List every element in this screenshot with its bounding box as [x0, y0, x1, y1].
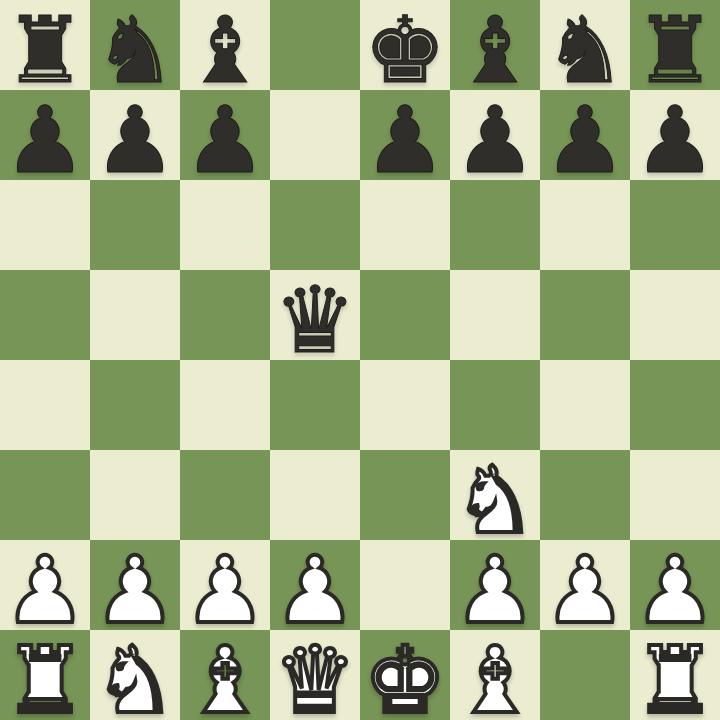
white-pawn[interactable]: ♟	[634, 545, 716, 637]
square-h5[interactable]	[630, 270, 720, 360]
black-pawn[interactable]: ♟	[94, 95, 176, 187]
square-c2[interactable]: ♟	[180, 540, 270, 630]
square-h8[interactable]: ♜	[630, 0, 720, 90]
square-c5[interactable]	[180, 270, 270, 360]
square-b2[interactable]: ♟	[90, 540, 180, 630]
square-g5[interactable]	[540, 270, 630, 360]
white-knight[interactable]: ♞	[94, 635, 176, 720]
black-pawn[interactable]: ♟	[634, 95, 716, 187]
square-f1[interactable]: ♝	[450, 630, 540, 720]
square-a8[interactable]: ♜	[0, 0, 90, 90]
square-e4[interactable]	[360, 360, 450, 450]
white-rook[interactable]: ♜	[4, 635, 86, 720]
black-rook[interactable]: ♜	[4, 5, 86, 97]
square-a7[interactable]: ♟	[0, 90, 90, 180]
square-e6[interactable]	[360, 180, 450, 270]
square-c8[interactable]: ♝	[180, 0, 270, 90]
black-king[interactable]: ♚	[364, 5, 446, 97]
square-f8[interactable]: ♝	[450, 0, 540, 90]
square-b4[interactable]	[90, 360, 180, 450]
square-b1[interactable]: ♞	[90, 630, 180, 720]
square-d8[interactable]	[270, 0, 360, 90]
black-bishop[interactable]: ♝	[184, 5, 266, 97]
square-f6[interactable]	[450, 180, 540, 270]
white-rook[interactable]: ♜	[634, 635, 716, 720]
square-e3[interactable]	[360, 450, 450, 540]
square-d1[interactable]: ♛	[270, 630, 360, 720]
white-bishop[interactable]: ♝	[184, 635, 266, 720]
square-e7[interactable]: ♟	[360, 90, 450, 180]
black-knight[interactable]: ♞	[94, 5, 176, 97]
square-b8[interactable]: ♞	[90, 0, 180, 90]
square-g2[interactable]: ♟	[540, 540, 630, 630]
white-pawn[interactable]: ♟	[274, 545, 356, 637]
square-c4[interactable]	[180, 360, 270, 450]
square-c1[interactable]: ♝	[180, 630, 270, 720]
square-b5[interactable]	[90, 270, 180, 360]
square-g6[interactable]	[540, 180, 630, 270]
white-king[interactable]: ♚	[364, 635, 446, 720]
square-b3[interactable]	[90, 450, 180, 540]
square-d6[interactable]	[270, 180, 360, 270]
square-c6[interactable]	[180, 180, 270, 270]
square-h6[interactable]	[630, 180, 720, 270]
black-pawn[interactable]: ♟	[364, 95, 446, 187]
white-pawn[interactable]: ♟	[544, 545, 626, 637]
square-g8[interactable]: ♞	[540, 0, 630, 90]
square-d3[interactable]	[270, 450, 360, 540]
white-pawn[interactable]: ♟	[4, 545, 86, 637]
white-bishop[interactable]: ♝	[454, 635, 536, 720]
square-a6[interactable]	[0, 180, 90, 270]
square-a2[interactable]: ♟	[0, 540, 90, 630]
square-f2[interactable]: ♟	[450, 540, 540, 630]
black-pawn[interactable]: ♟	[184, 95, 266, 187]
square-g4[interactable]	[540, 360, 630, 450]
square-e5[interactable]	[360, 270, 450, 360]
square-f5[interactable]	[450, 270, 540, 360]
black-pawn[interactable]: ♟	[454, 95, 536, 187]
white-pawn[interactable]: ♟	[454, 545, 536, 637]
square-h3[interactable]	[630, 450, 720, 540]
square-b7[interactable]: ♟	[90, 90, 180, 180]
square-g1[interactable]	[540, 630, 630, 720]
white-queen[interactable]: ♛	[274, 635, 356, 720]
black-pawn[interactable]: ♟	[544, 95, 626, 187]
black-pawn[interactable]: ♟	[4, 95, 86, 187]
square-c3[interactable]	[180, 450, 270, 540]
square-c7[interactable]: ♟	[180, 90, 270, 180]
black-bishop[interactable]: ♝	[454, 5, 536, 97]
white-knight[interactable]: ♞	[454, 455, 536, 547]
black-knight[interactable]: ♞	[544, 5, 626, 97]
square-h1[interactable]: ♜	[630, 630, 720, 720]
square-g7[interactable]: ♟	[540, 90, 630, 180]
square-a1[interactable]: ♜	[0, 630, 90, 720]
square-e1[interactable]: ♚	[360, 630, 450, 720]
square-a5[interactable]	[0, 270, 90, 360]
square-e2[interactable]	[360, 540, 450, 630]
square-d2[interactable]: ♟	[270, 540, 360, 630]
chess-board: ♜♞♝♚♝♞♜♟♟♟♟♟♟♟♛♞♟♟♟♟♟♟♟♜♞♝♛♚♝♜	[0, 0, 720, 720]
square-d4[interactable]	[270, 360, 360, 450]
square-a4[interactable]	[0, 360, 90, 450]
square-e8[interactable]: ♚	[360, 0, 450, 90]
square-h7[interactable]: ♟	[630, 90, 720, 180]
square-f7[interactable]: ♟	[450, 90, 540, 180]
square-d5[interactable]: ♛	[270, 270, 360, 360]
square-f3[interactable]: ♞	[450, 450, 540, 540]
black-rook[interactable]: ♜	[634, 5, 716, 97]
square-a3[interactable]	[0, 450, 90, 540]
black-queen[interactable]: ♛	[274, 275, 356, 367]
square-h4[interactable]	[630, 360, 720, 450]
square-g3[interactable]	[540, 450, 630, 540]
square-h2[interactable]: ♟	[630, 540, 720, 630]
square-b6[interactable]	[90, 180, 180, 270]
white-pawn[interactable]: ♟	[184, 545, 266, 637]
square-f4[interactable]	[450, 360, 540, 450]
square-d7[interactable]	[270, 90, 360, 180]
white-pawn[interactable]: ♟	[94, 545, 176, 637]
